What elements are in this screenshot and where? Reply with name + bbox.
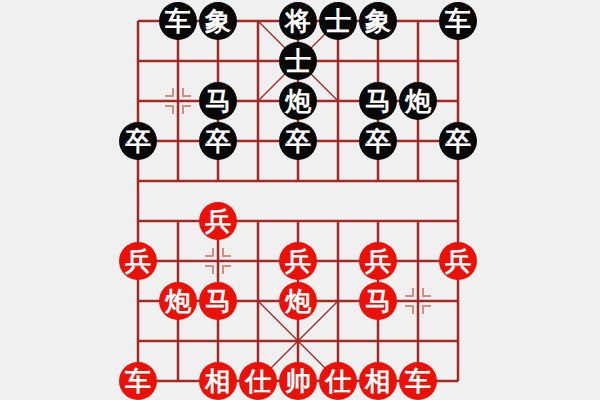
black-elephant[interactable]: 象: [359, 2, 397, 40]
red-soldier[interactable]: 兵: [119, 242, 157, 280]
black-advisor[interactable]: 士: [279, 42, 317, 80]
red-horse[interactable]: 马: [359, 282, 397, 320]
black-soldier[interactable]: 卒: [359, 122, 397, 160]
black-soldier[interactable]: 卒: [199, 122, 237, 160]
red-soldier[interactable]: 兵: [199, 202, 237, 240]
black-soldier[interactable]: 卒: [279, 122, 317, 160]
red-chariot[interactable]: 车: [119, 362, 157, 400]
pieces-layer: 车象将士象车士马炮马炮卒卒卒卒卒兵兵兵兵兵炮马炮马车相仕帅仕相车: [118, 1, 478, 400]
black-general[interactable]: 将: [279, 2, 317, 40]
red-horse[interactable]: 马: [199, 282, 237, 320]
red-general[interactable]: 帅: [279, 362, 317, 400]
black-soldier[interactable]: 卒: [439, 122, 477, 160]
red-elephant[interactable]: 相: [359, 362, 397, 400]
red-soldier[interactable]: 兵: [279, 242, 317, 280]
xiangqi-board: 车象将士象车士马炮马炮卒卒卒卒卒兵兵兵兵兵炮马炮马车相仕帅仕相车: [0, 0, 600, 400]
red-soldier[interactable]: 兵: [439, 242, 477, 280]
red-cannon[interactable]: 炮: [159, 282, 197, 320]
red-cannon[interactable]: 炮: [279, 282, 317, 320]
black-advisor[interactable]: 士: [319, 2, 357, 40]
black-horse[interactable]: 马: [199, 82, 237, 120]
red-elephant[interactable]: 相: [199, 362, 237, 400]
red-soldier[interactable]: 兵: [359, 242, 397, 280]
black-horse[interactable]: 马: [359, 82, 397, 120]
black-cannon[interactable]: 炮: [279, 82, 317, 120]
red-chariot[interactable]: 车: [399, 362, 437, 400]
red-advisor[interactable]: 仕: [319, 362, 357, 400]
black-chariot[interactable]: 车: [439, 2, 477, 40]
black-cannon[interactable]: 炮: [399, 82, 437, 120]
red-advisor[interactable]: 仕: [239, 362, 277, 400]
black-soldier[interactable]: 卒: [119, 122, 157, 160]
black-chariot[interactable]: 车: [159, 2, 197, 40]
black-elephant[interactable]: 象: [199, 2, 237, 40]
